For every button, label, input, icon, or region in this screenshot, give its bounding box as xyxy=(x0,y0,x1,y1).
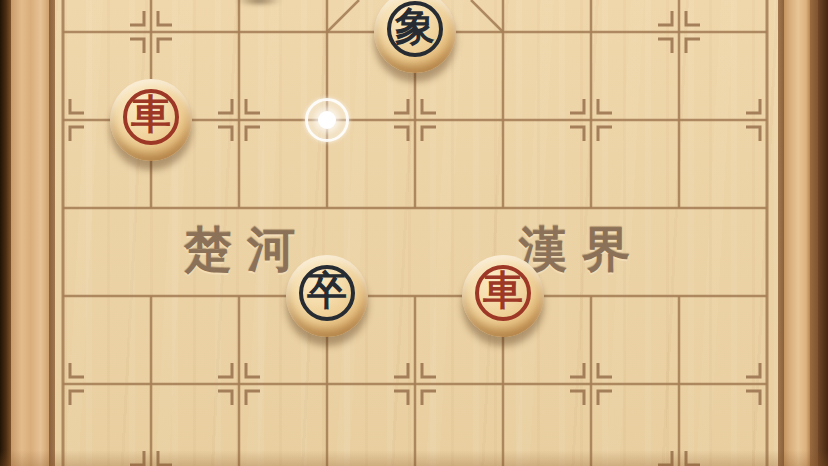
indicator-core-icon xyxy=(318,111,336,129)
piece-red-chariot[interactable]: 車 xyxy=(462,255,544,337)
position-marker xyxy=(130,11,144,25)
position-marker xyxy=(218,391,232,405)
position-marker xyxy=(158,11,172,25)
position-marker xyxy=(422,127,436,141)
position-marker xyxy=(598,391,612,405)
right-wood-border xyxy=(784,0,810,466)
position-marker xyxy=(570,391,584,405)
position-marker xyxy=(70,391,84,405)
position-marker xyxy=(246,99,260,113)
xiangqi-board[interactable]: 楚河 漢界 象車卒車 xyxy=(0,0,828,466)
piece-glyph: 象 xyxy=(374,0,456,67)
position-marker xyxy=(246,363,260,377)
position-marker xyxy=(70,363,84,377)
position-marker xyxy=(658,11,672,25)
position-marker xyxy=(218,363,232,377)
position-marker xyxy=(70,127,84,141)
position-marker xyxy=(746,99,760,113)
position-marker xyxy=(394,99,408,113)
right-brown-strip xyxy=(810,0,818,466)
position-marker xyxy=(570,99,584,113)
position-marker xyxy=(686,11,700,25)
position-marker xyxy=(746,127,760,141)
palace-diagonal xyxy=(327,0,359,32)
left-dark-edge xyxy=(0,0,11,466)
position-marker xyxy=(158,39,172,53)
piece-glyph: 車 xyxy=(110,73,192,155)
right-dark-edge xyxy=(818,0,828,466)
position-marker xyxy=(130,39,144,53)
position-marker xyxy=(394,363,408,377)
piece-black-soldier[interactable]: 卒 xyxy=(286,255,368,337)
position-marker xyxy=(598,99,612,113)
position-marker xyxy=(218,99,232,113)
position-marker xyxy=(658,451,672,465)
position-marker xyxy=(746,363,760,377)
position-marker xyxy=(158,451,172,465)
position-marker xyxy=(598,127,612,141)
position-marker xyxy=(422,99,436,113)
position-marker xyxy=(422,391,436,405)
position-marker xyxy=(598,363,612,377)
left-wood-border xyxy=(11,0,49,466)
position-marker xyxy=(218,127,232,141)
position-marker xyxy=(686,39,700,53)
position-marker xyxy=(246,127,260,141)
position-marker xyxy=(70,99,84,113)
palace-diagonal xyxy=(471,0,503,32)
position-marker xyxy=(746,391,760,405)
piece-glyph: 車 xyxy=(462,249,544,331)
left-frame-line xyxy=(49,0,55,466)
position-marker xyxy=(658,39,672,53)
position-marker xyxy=(570,127,584,141)
position-marker xyxy=(246,391,260,405)
piece-glyph: 卒 xyxy=(286,249,368,331)
position-marker xyxy=(686,451,700,465)
piece-red-chariot[interactable]: 車 xyxy=(110,79,192,161)
position-marker xyxy=(130,451,144,465)
position-marker xyxy=(394,391,408,405)
position-marker xyxy=(394,127,408,141)
position-marker xyxy=(422,363,436,377)
position-marker xyxy=(570,363,584,377)
piece-black-elephant[interactable]: 象 xyxy=(374,0,456,73)
